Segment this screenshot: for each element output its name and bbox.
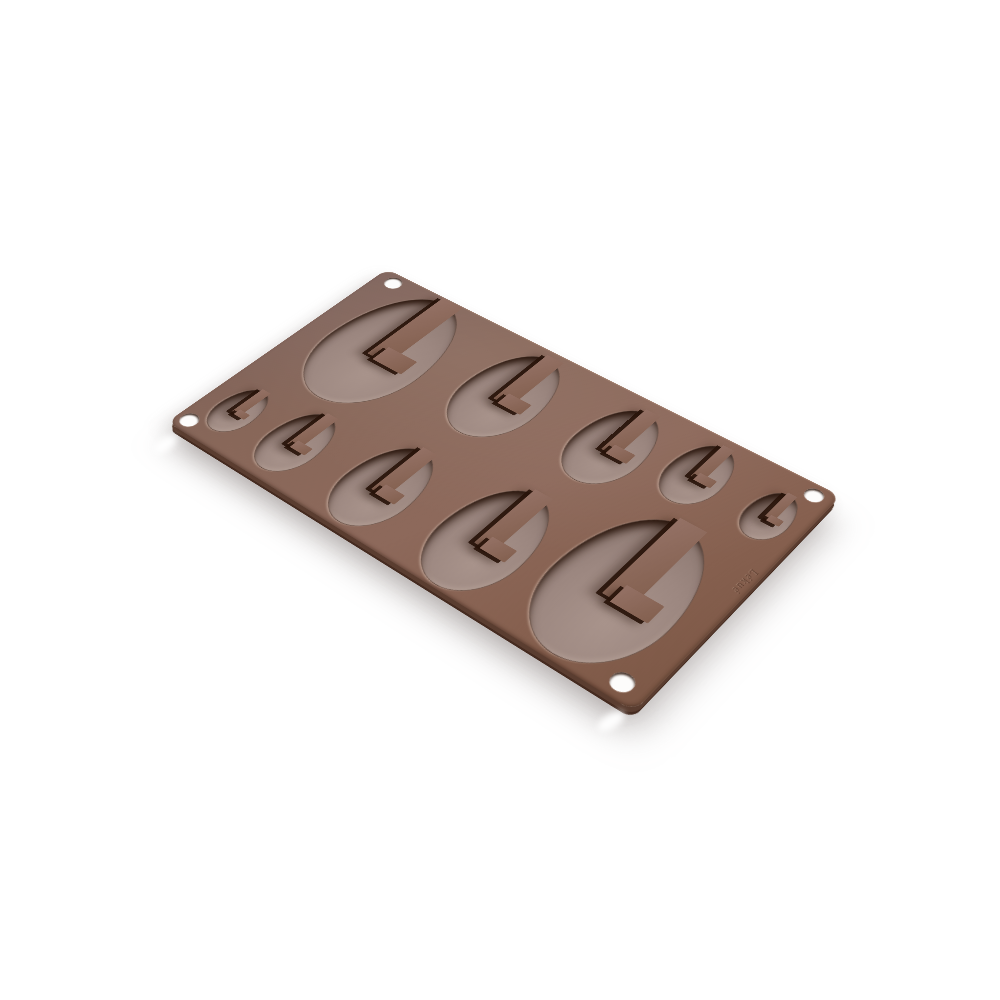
egg-cavity-E	[729, 485, 809, 546]
egg-cavity-D	[645, 436, 749, 513]
corner-hole-left	[176, 411, 204, 429]
reflection-glint	[151, 432, 180, 458]
reflection-glint	[594, 707, 627, 736]
egg-cavity-B	[426, 343, 582, 450]
mold-sheet: Lékué	[167, 269, 841, 712]
egg-cavity-F	[197, 383, 279, 438]
product-photo: Lékué	[0, 0, 1000, 1000]
egg-cavity-H	[310, 435, 453, 538]
